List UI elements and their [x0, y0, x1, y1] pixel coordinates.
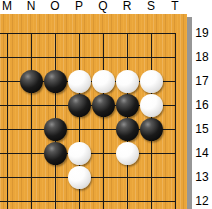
row-label-19: 19 — [193, 26, 211, 40]
column-label-R: R — [119, 0, 135, 13]
black-stone-R16[interactable] — [116, 94, 139, 117]
row-label-17: 17 — [193, 74, 211, 88]
column-label-Q: Q — [95, 0, 111, 13]
board-edge-shadow — [187, 17, 192, 209]
black-stone-O15[interactable] — [44, 118, 67, 141]
black-stone-S15[interactable] — [140, 118, 163, 141]
column-label-T: T — [167, 0, 183, 13]
column-label-S: S — [143, 0, 159, 13]
black-stone-O17[interactable] — [44, 70, 67, 93]
row-label-18: 18 — [193, 50, 211, 64]
grid-line-row-18 — [0, 57, 176, 58]
grid-line-col-Q — [103, 33, 104, 209]
go-board[interactable] — [0, 14, 187, 209]
grid-line-col-T — [175, 33, 176, 209]
row-label-12: 12 — [193, 194, 211, 208]
row-label-14: 14 — [193, 146, 211, 160]
column-label-O: O — [47, 0, 63, 13]
row-label-16: 16 — [193, 98, 211, 112]
row-label-15: 15 — [193, 122, 211, 136]
white-stone-R14[interactable] — [116, 142, 139, 165]
column-label-N: N — [23, 0, 39, 13]
grid-line-row-19 — [0, 33, 176, 34]
black-stone-Q16[interactable] — [92, 94, 115, 117]
column-label-P: P — [71, 0, 87, 13]
grid-line-col-M — [7, 33, 8, 209]
grid-line-row-12 — [0, 201, 176, 202]
black-stone-R15[interactable] — [116, 118, 139, 141]
white-stone-P13[interactable] — [68, 166, 91, 189]
go-diagram: MNOPQRST 1918171615141312 — [0, 0, 212, 209]
white-stone-S17[interactable] — [140, 70, 163, 93]
row-label-13: 13 — [193, 170, 211, 184]
white-stone-Q17[interactable] — [92, 70, 115, 93]
grid-line-col-N — [31, 33, 32, 209]
black-stone-P16[interactable] — [68, 94, 91, 117]
column-label-M: M — [0, 0, 15, 13]
white-stone-P17[interactable] — [68, 70, 91, 93]
white-stone-P14[interactable] — [68, 142, 91, 165]
white-stone-R17[interactable] — [116, 70, 139, 93]
black-stone-O14[interactable] — [44, 142, 67, 165]
black-stone-N17[interactable] — [20, 70, 43, 93]
white-stone-S16[interactable] — [140, 94, 163, 117]
